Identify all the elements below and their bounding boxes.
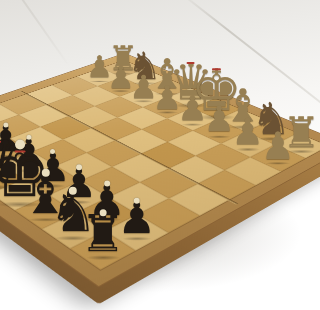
product-photo: ♜♞♝♛♚♝♞♜♟♟♟♟♟♟♟♟♟♟♟♟♟♟♟♟♜♞♝♛♚♝♞♜ bbox=[0, 0, 301, 310]
